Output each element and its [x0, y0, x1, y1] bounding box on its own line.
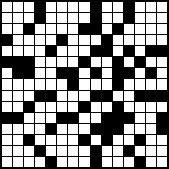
block-cell: [102, 35, 112, 45]
block-cell: [91, 124, 101, 134]
block-cell: [57, 113, 67, 123]
block-cell: [68, 79, 78, 89]
open-cell[interactable]: [57, 146, 67, 156]
open-cell[interactable]: [35, 24, 45, 34]
open-cell[interactable]: [24, 157, 34, 167]
open-cell[interactable]: [68, 35, 78, 45]
open-cell[interactable]: [46, 68, 56, 78]
open-cell[interactable]: [35, 57, 45, 67]
open-cell[interactable]: [157, 24, 167, 34]
open-cell[interactable]: [79, 157, 89, 167]
open-cell[interactable]: [57, 135, 67, 145]
open-cell[interactable]: [102, 102, 112, 112]
block-cell: [2, 113, 12, 123]
open-cell[interactable]: [57, 91, 67, 101]
open-cell[interactable]: [124, 135, 134, 145]
open-cell[interactable]: [91, 57, 101, 67]
open-cell[interactable]: [102, 57, 112, 67]
open-cell[interactable]: [157, 13, 167, 23]
open-cell[interactable]: [35, 113, 45, 123]
open-cell[interactable]: [13, 102, 23, 112]
open-cell[interactable]: [146, 57, 156, 67]
open-cell[interactable]: [46, 135, 56, 145]
block-cell: [91, 13, 101, 23]
block-cell: [157, 113, 167, 123]
open-cell[interactable]: [113, 146, 123, 156]
open-cell[interactable]: [35, 79, 45, 89]
block-cell: [68, 68, 78, 78]
open-cell[interactable]: [57, 13, 67, 23]
block-cell: [35, 91, 45, 101]
open-cell[interactable]: [35, 68, 45, 78]
open-cell[interactable]: [46, 24, 56, 34]
open-cell[interactable]: [79, 35, 89, 45]
block-cell: [113, 79, 123, 89]
block-cell: [124, 46, 134, 56]
block-cell: [46, 157, 56, 167]
open-cell[interactable]: [68, 2, 78, 12]
block-cell: [124, 146, 134, 156]
block-cell: [13, 68, 23, 78]
block-cell: [146, 68, 156, 78]
open-cell[interactable]: [79, 91, 89, 101]
block-cell: [79, 24, 89, 34]
open-cell[interactable]: [24, 79, 34, 89]
open-cell[interactable]: [13, 135, 23, 145]
open-cell[interactable]: [2, 13, 12, 23]
open-cell[interactable]: [46, 146, 56, 156]
block-cell: [35, 146, 45, 156]
open-cell[interactable]: [157, 135, 167, 145]
open-cell[interactable]: [24, 124, 34, 134]
open-cell[interactable]: [157, 57, 167, 67]
open-cell[interactable]: [124, 124, 134, 134]
open-cell[interactable]: [135, 13, 145, 23]
open-cell[interactable]: [124, 91, 134, 101]
block-cell: [46, 46, 56, 56]
block-cell: [24, 57, 34, 67]
open-cell[interactable]: [35, 124, 45, 134]
block-cell: [91, 146, 101, 156]
open-cell[interactable]: [135, 79, 145, 89]
block-cell: [13, 57, 23, 67]
open-cell[interactable]: [24, 13, 34, 23]
block-cell: [91, 24, 101, 34]
block-cell: [68, 113, 78, 123]
open-cell[interactable]: [113, 135, 123, 145]
open-cell[interactable]: [68, 57, 78, 67]
block-cell: [102, 91, 112, 101]
open-cell[interactable]: [13, 24, 23, 34]
crossword-grid: [0, 0, 169, 169]
open-cell[interactable]: [135, 2, 145, 12]
open-cell[interactable]: [124, 35, 134, 45]
block-cell: [46, 91, 56, 101]
block-cell: [102, 46, 112, 56]
open-cell[interactable]: [13, 91, 23, 101]
open-cell[interactable]: [24, 2, 34, 12]
open-cell[interactable]: [68, 13, 78, 23]
block-cell: [102, 135, 112, 145]
open-cell[interactable]: [13, 13, 23, 23]
block-cell: [135, 91, 145, 101]
block-cell: [124, 113, 134, 123]
block-cell: [91, 91, 101, 101]
open-cell[interactable]: [35, 46, 45, 56]
open-cell[interactable]: [91, 79, 101, 89]
block-cell: [35, 2, 45, 12]
open-cell[interactable]: [68, 102, 78, 112]
open-cell[interactable]: [146, 146, 156, 156]
open-cell[interactable]: [135, 68, 145, 78]
open-cell[interactable]: [2, 68, 12, 78]
open-cell[interactable]: [79, 2, 89, 12]
block-cell: [113, 102, 123, 112]
open-cell[interactable]: [2, 157, 12, 167]
open-cell[interactable]: [24, 113, 34, 123]
block-cell: [46, 124, 56, 134]
open-cell[interactable]: [46, 13, 56, 23]
block-cell: [157, 124, 167, 134]
block-cell: [13, 113, 23, 123]
open-cell[interactable]: [157, 68, 167, 78]
block-cell: [102, 124, 112, 134]
block-cell: [79, 102, 89, 112]
block-cell: [91, 68, 101, 78]
open-cell[interactable]: [68, 135, 78, 145]
block-cell: [124, 13, 134, 23]
open-cell[interactable]: [46, 102, 56, 112]
open-cell[interactable]: [113, 91, 123, 101]
block-cell: [2, 35, 12, 45]
open-cell[interactable]: [46, 113, 56, 123]
open-cell[interactable]: [157, 35, 167, 45]
block-cell: [91, 157, 101, 167]
open-cell[interactable]: [157, 102, 167, 112]
block-cell: [135, 157, 145, 167]
open-cell[interactable]: [113, 157, 123, 167]
open-cell[interactable]: [146, 24, 156, 34]
open-cell[interactable]: [68, 146, 78, 156]
open-cell[interactable]: [2, 124, 12, 134]
block-cell: [79, 57, 89, 67]
open-cell[interactable]: [13, 79, 23, 89]
open-cell[interactable]: [135, 113, 145, 123]
open-cell[interactable]: [91, 35, 101, 45]
open-cell[interactable]: [2, 24, 12, 34]
open-cell[interactable]: [2, 135, 12, 145]
open-cell[interactable]: [124, 157, 134, 167]
open-cell[interactable]: [79, 13, 89, 23]
open-cell[interactable]: [102, 13, 112, 23]
open-cell[interactable]: [2, 146, 12, 156]
open-cell[interactable]: [57, 46, 67, 56]
open-cell[interactable]: [79, 79, 89, 89]
open-cell[interactable]: [24, 146, 34, 156]
block-cell: [157, 46, 167, 56]
open-cell[interactable]: [102, 24, 112, 34]
open-cell[interactable]: [146, 113, 156, 123]
open-cell[interactable]: [13, 2, 23, 12]
open-cell[interactable]: [146, 124, 156, 134]
open-cell[interactable]: [146, 13, 156, 23]
open-cell[interactable]: [2, 46, 12, 56]
open-cell[interactable]: [24, 35, 34, 45]
open-cell[interactable]: [146, 79, 156, 89]
open-cell[interactable]: [2, 2, 12, 12]
open-cell[interactable]: [91, 113, 101, 123]
open-cell[interactable]: [13, 157, 23, 167]
open-cell[interactable]: [124, 24, 134, 34]
open-cell[interactable]: [2, 91, 12, 101]
block-cell: [146, 91, 156, 101]
open-cell[interactable]: [113, 13, 123, 23]
block-cell: [2, 57, 12, 67]
block-cell: [113, 124, 123, 134]
open-cell[interactable]: [57, 2, 67, 12]
open-cell[interactable]: [68, 46, 78, 56]
open-cell[interactable]: [146, 2, 156, 12]
open-cell[interactable]: [135, 24, 145, 34]
open-cell[interactable]: [2, 102, 12, 112]
block-cell: [24, 68, 34, 78]
open-cell[interactable]: [35, 157, 45, 167]
open-cell[interactable]: [113, 35, 123, 45]
open-cell[interactable]: [79, 68, 89, 78]
open-cell[interactable]: [79, 124, 89, 134]
open-cell[interactable]: [157, 2, 167, 12]
open-cell[interactable]: [124, 102, 134, 112]
open-cell[interactable]: [135, 102, 145, 112]
open-cell[interactable]: [91, 135, 101, 145]
block-cell: [135, 135, 145, 145]
open-cell[interactable]: [157, 79, 167, 89]
block-cell: [24, 102, 34, 112]
open-cell[interactable]: [146, 35, 156, 45]
open-cell[interactable]: [46, 57, 56, 67]
open-cell[interactable]: [68, 157, 78, 167]
open-cell[interactable]: [102, 146, 112, 156]
open-cell[interactable]: [24, 46, 34, 56]
block-cell: [124, 2, 134, 12]
open-cell[interactable]: [157, 157, 167, 167]
open-cell[interactable]: [13, 146, 23, 156]
open-cell[interactable]: [146, 135, 156, 145]
block-cell: [157, 91, 167, 101]
open-cell[interactable]: [102, 157, 112, 167]
open-cell[interactable]: [35, 135, 45, 145]
open-cell[interactable]: [68, 91, 78, 101]
open-cell[interactable]: [79, 113, 89, 123]
open-cell[interactable]: [35, 102, 45, 112]
open-cell[interactable]: [135, 46, 145, 56]
open-cell[interactable]: [13, 124, 23, 134]
block-cell: [124, 68, 134, 78]
open-cell[interactable]: [113, 2, 123, 12]
open-cell[interactable]: [57, 102, 67, 112]
open-cell[interactable]: [157, 146, 167, 156]
block-cell: [35, 13, 45, 23]
open-cell[interactable]: [135, 146, 145, 156]
open-cell[interactable]: [91, 102, 101, 112]
block-cell: [57, 35, 67, 45]
block-cell: [146, 46, 156, 56]
open-cell[interactable]: [135, 35, 145, 45]
open-cell[interactable]: [113, 46, 123, 56]
open-cell[interactable]: [24, 91, 34, 101]
open-cell[interactable]: [2, 79, 12, 89]
open-cell[interactable]: [146, 102, 156, 112]
block-cell: [91, 46, 101, 56]
open-cell[interactable]: [46, 2, 56, 12]
open-cell[interactable]: [57, 124, 67, 134]
open-cell[interactable]: [124, 57, 134, 67]
block-cell: [113, 68, 123, 78]
open-cell[interactable]: [57, 157, 67, 167]
block-cell: [57, 68, 67, 78]
open-cell[interactable]: [102, 68, 112, 78]
open-cell[interactable]: [57, 79, 67, 89]
open-cell[interactable]: [135, 124, 145, 134]
open-cell[interactable]: [46, 35, 56, 45]
open-cell[interactable]: [46, 79, 56, 89]
block-cell: [113, 113, 123, 123]
block-cell: [24, 24, 34, 34]
block-cell: [113, 57, 123, 67]
open-cell[interactable]: [79, 146, 89, 156]
block-cell: [79, 135, 89, 145]
open-cell[interactable]: [102, 2, 112, 12]
block-cell: [135, 57, 145, 67]
open-cell[interactable]: [124, 79, 134, 89]
block-cell: [102, 113, 112, 123]
open-cell[interactable]: [68, 124, 78, 134]
open-cell[interactable]: [35, 35, 45, 45]
block-cell: [91, 2, 101, 12]
open-cell[interactable]: [13, 46, 23, 56]
open-cell[interactable]: [146, 157, 156, 167]
block-cell: [24, 135, 34, 145]
block-cell: [113, 24, 123, 34]
open-cell[interactable]: [68, 24, 78, 34]
open-cell[interactable]: [57, 24, 67, 34]
open-cell[interactable]: [102, 79, 112, 89]
open-cell[interactable]: [79, 46, 89, 56]
open-cell[interactable]: [57, 57, 67, 67]
open-cell[interactable]: [13, 35, 23, 45]
